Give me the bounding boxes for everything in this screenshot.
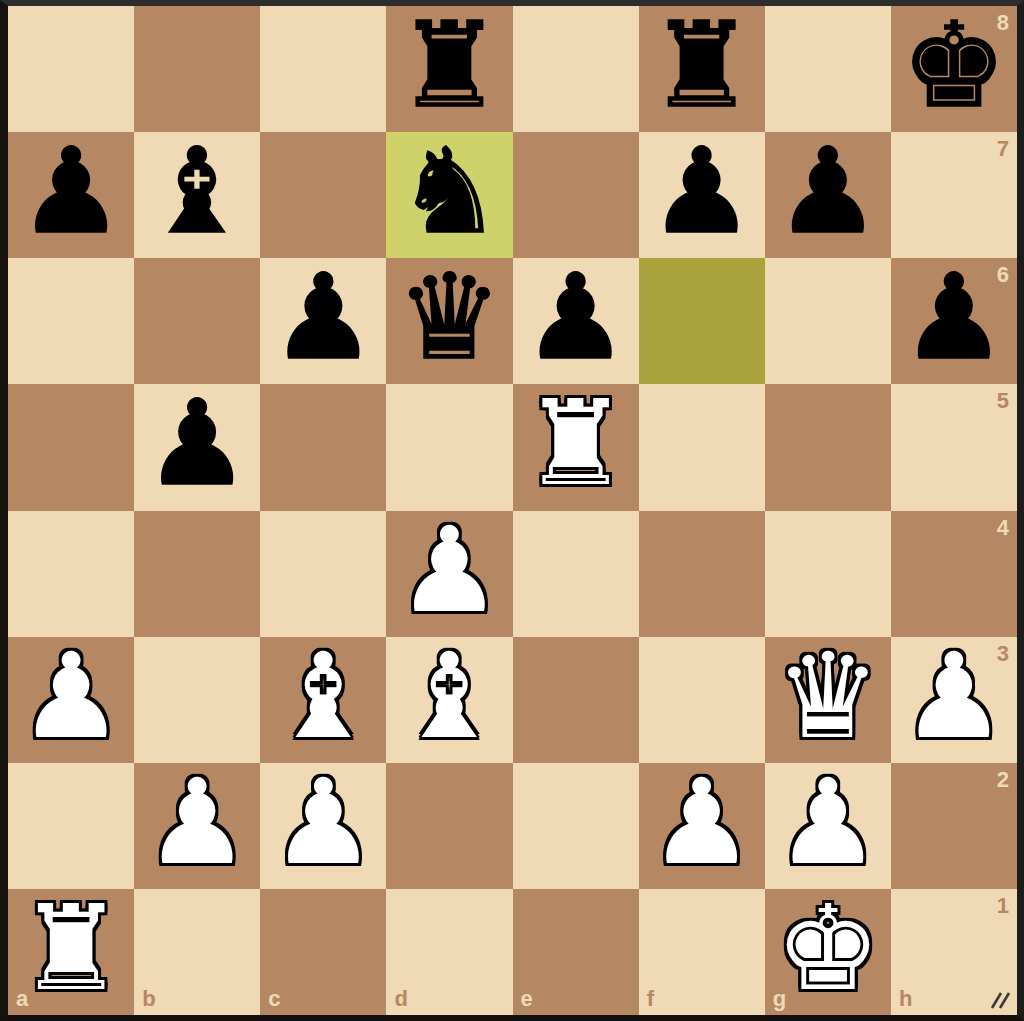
square-e5[interactable]: ♜ bbox=[513, 384, 639, 510]
square-a3[interactable]: ♟ bbox=[8, 637, 134, 763]
square-f3[interactable] bbox=[639, 637, 765, 763]
square-c1[interactable]: c bbox=[260, 889, 386, 1015]
square-h1[interactable]: 1h bbox=[891, 889, 1017, 1015]
coordinate-file-e: e bbox=[521, 988, 533, 1010]
piece-white-rook[interactable]: ♜ bbox=[18, 889, 124, 1007]
square-e4[interactable] bbox=[513, 511, 639, 637]
square-a1[interactable]: ♜a bbox=[8, 889, 134, 1015]
piece-black-rook[interactable]: ♜ bbox=[397, 6, 503, 124]
square-g5[interactable] bbox=[765, 384, 891, 510]
piece-white-rook[interactable]: ♜ bbox=[523, 384, 629, 502]
square-h7[interactable]: 7 bbox=[891, 132, 1017, 258]
piece-black-knight[interactable]: ♞ bbox=[397, 132, 503, 250]
square-f2[interactable]: ♟ bbox=[639, 763, 765, 889]
square-a7[interactable]: ♟ bbox=[8, 132, 134, 258]
square-c2[interactable]: ♟ bbox=[260, 763, 386, 889]
piece-white-queen[interactable]: ♛ bbox=[775, 637, 881, 755]
piece-black-pawn[interactable]: ♟ bbox=[270, 258, 376, 376]
square-c8[interactable] bbox=[260, 6, 386, 132]
piece-white-king[interactable]: ♚ bbox=[775, 889, 881, 1007]
square-f7[interactable]: ♟ bbox=[639, 132, 765, 258]
square-b6[interactable] bbox=[134, 258, 260, 384]
coordinate-rank-6: 6 bbox=[997, 264, 1009, 286]
coordinate-rank-2: 2 bbox=[997, 769, 1009, 791]
piece-black-pawn[interactable]: ♟ bbox=[523, 258, 629, 376]
square-h2[interactable]: 2 bbox=[891, 763, 1017, 889]
square-e3[interactable] bbox=[513, 637, 639, 763]
coordinate-file-a: a bbox=[16, 988, 28, 1010]
square-b3[interactable] bbox=[134, 637, 260, 763]
piece-black-pawn[interactable]: ♟ bbox=[18, 132, 124, 250]
piece-white-pawn[interactable]: ♟ bbox=[901, 637, 1007, 755]
square-g8[interactable] bbox=[765, 6, 891, 132]
square-d7[interactable]: ♞ bbox=[386, 132, 512, 258]
square-e8[interactable] bbox=[513, 6, 639, 132]
square-e1[interactable]: e bbox=[513, 889, 639, 1015]
square-g1[interactable]: ♚g bbox=[765, 889, 891, 1015]
piece-black-pawn[interactable]: ♟ bbox=[901, 258, 1007, 376]
square-c5[interactable] bbox=[260, 384, 386, 510]
square-a2[interactable] bbox=[8, 763, 134, 889]
coordinate-file-d: d bbox=[394, 988, 407, 1010]
piece-black-pawn[interactable]: ♟ bbox=[144, 384, 250, 502]
board-resize-grip-icon[interactable] bbox=[988, 986, 1014, 1012]
piece-black-rook[interactable]: ♜ bbox=[649, 6, 755, 124]
square-b4[interactable] bbox=[134, 511, 260, 637]
square-g7[interactable]: ♟ bbox=[765, 132, 891, 258]
piece-white-pawn[interactable]: ♟ bbox=[270, 763, 376, 881]
piece-white-pawn[interactable]: ♟ bbox=[775, 763, 881, 881]
piece-black-pawn[interactable]: ♟ bbox=[775, 132, 881, 250]
square-g6[interactable] bbox=[765, 258, 891, 384]
square-f1[interactable]: f bbox=[639, 889, 765, 1015]
coordinate-rank-7: 7 bbox=[997, 138, 1009, 160]
square-c7[interactable] bbox=[260, 132, 386, 258]
coordinate-file-b: b bbox=[142, 988, 155, 1010]
coordinate-rank-5: 5 bbox=[997, 390, 1009, 412]
square-g4[interactable] bbox=[765, 511, 891, 637]
square-d1[interactable]: d bbox=[386, 889, 512, 1015]
coordinate-file-g: g bbox=[773, 988, 786, 1010]
piece-black-bishop[interactable]: ♝ bbox=[144, 132, 250, 250]
piece-white-bishop[interactable]: ♝ bbox=[397, 637, 503, 755]
square-d8[interactable]: ♜ bbox=[386, 6, 512, 132]
coordinate-rank-3: 3 bbox=[997, 643, 1009, 665]
piece-white-pawn[interactable]: ♟ bbox=[397, 511, 503, 629]
square-h3[interactable]: ♟3 bbox=[891, 637, 1017, 763]
square-h8[interactable]: ♚8 bbox=[891, 6, 1017, 132]
square-d2[interactable] bbox=[386, 763, 512, 889]
square-a6[interactable] bbox=[8, 258, 134, 384]
piece-white-pawn[interactable]: ♟ bbox=[144, 763, 250, 881]
coordinate-file-c: c bbox=[268, 988, 280, 1010]
square-g3[interactable]: ♛ bbox=[765, 637, 891, 763]
square-c6[interactable]: ♟ bbox=[260, 258, 386, 384]
square-f5[interactable] bbox=[639, 384, 765, 510]
square-h6[interactable]: ♟6 bbox=[891, 258, 1017, 384]
square-c4[interactable] bbox=[260, 511, 386, 637]
square-e6[interactable]: ♟ bbox=[513, 258, 639, 384]
square-d3[interactable]: ♝ bbox=[386, 637, 512, 763]
square-f4[interactable] bbox=[639, 511, 765, 637]
square-d5[interactable] bbox=[386, 384, 512, 510]
square-e7[interactable] bbox=[513, 132, 639, 258]
piece-white-pawn[interactable]: ♟ bbox=[649, 763, 755, 881]
chess-board: ♜♜♚8♟♝♞♟♟7♟♛♟♟6♟♜5♟4♟♝♝♛♟3♟♟♟♟2♜abcdef♚g… bbox=[8, 6, 1017, 1015]
square-b7[interactable]: ♝ bbox=[134, 132, 260, 258]
coordinate-rank-8: 8 bbox=[997, 12, 1009, 34]
square-h4[interactable]: 4 bbox=[891, 511, 1017, 637]
coordinate-rank-1: 1 bbox=[997, 895, 1009, 917]
square-a5[interactable] bbox=[8, 384, 134, 510]
board-frame: ♜♜♚8♟♝♞♟♟7♟♛♟♟6♟♜5♟4♟♝♝♛♟3♟♟♟♟2♜abcdef♚g… bbox=[0, 0, 1024, 1021]
square-f6[interactable] bbox=[639, 258, 765, 384]
square-f8[interactable]: ♜ bbox=[639, 6, 765, 132]
square-e2[interactable] bbox=[513, 763, 639, 889]
square-b2[interactable]: ♟ bbox=[134, 763, 260, 889]
square-g2[interactable]: ♟ bbox=[765, 763, 891, 889]
coordinate-rank-4: 4 bbox=[997, 517, 1009, 539]
square-d4[interactable]: ♟ bbox=[386, 511, 512, 637]
coordinate-file-h: h bbox=[899, 988, 912, 1010]
square-b5[interactable]: ♟ bbox=[134, 384, 260, 510]
piece-white-bishop[interactable]: ♝ bbox=[270, 637, 376, 755]
piece-black-queen[interactable]: ♛ bbox=[397, 258, 503, 376]
square-b8[interactable] bbox=[134, 6, 260, 132]
piece-black-pawn[interactable]: ♟ bbox=[649, 132, 755, 250]
piece-white-pawn[interactable]: ♟ bbox=[18, 637, 124, 755]
square-c3[interactable]: ♝ bbox=[260, 637, 386, 763]
square-d6[interactable]: ♛ bbox=[386, 258, 512, 384]
piece-black-king[interactable]: ♚ bbox=[901, 6, 1007, 124]
square-h5[interactable]: 5 bbox=[891, 384, 1017, 510]
square-b1[interactable]: b bbox=[134, 889, 260, 1015]
square-a4[interactable] bbox=[8, 511, 134, 637]
coordinate-file-f: f bbox=[647, 988, 654, 1010]
square-a8[interactable] bbox=[8, 6, 134, 132]
